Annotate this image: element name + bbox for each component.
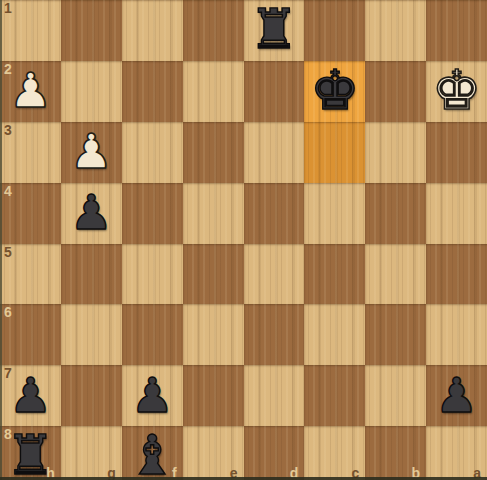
square-a4[interactable] xyxy=(426,183,487,244)
square-f6[interactable] xyxy=(122,304,183,365)
rank-label-5: 5 xyxy=(4,245,12,259)
black-pawn[interactable]: ♟ xyxy=(9,371,52,419)
square-g3[interactable]: ♟ xyxy=(61,122,122,183)
square-c8[interactable]: c xyxy=(304,426,365,480)
square-e3[interactable] xyxy=(183,122,244,183)
square-h6[interactable]: 6 xyxy=(0,304,61,365)
square-b2[interactable] xyxy=(365,61,426,122)
square-g1[interactable] xyxy=(61,0,122,61)
white-pawn[interactable]: ♟ xyxy=(9,66,52,114)
square-c7[interactable] xyxy=(304,365,365,426)
square-d7[interactable] xyxy=(244,365,305,426)
square-f8[interactable]: f♝ xyxy=(122,426,183,480)
white-king[interactable]: ♚ xyxy=(432,63,481,118)
square-b1[interactable] xyxy=(365,0,426,61)
square-c5[interactable] xyxy=(304,244,365,305)
square-g2[interactable] xyxy=(61,61,122,122)
square-b7[interactable] xyxy=(365,365,426,426)
rank-label-7: 7 xyxy=(4,366,12,380)
square-g4[interactable]: ♟ xyxy=(61,183,122,244)
square-d1[interactable]: ♜ xyxy=(244,0,305,61)
square-a5[interactable] xyxy=(426,244,487,305)
square-h5[interactable]: 5 xyxy=(0,244,61,305)
square-b8[interactable]: b xyxy=(365,426,426,480)
black-pawn[interactable]: ♟ xyxy=(435,371,478,419)
square-c3[interactable] xyxy=(304,122,365,183)
rank-label-6: 6 xyxy=(4,305,12,319)
square-a1[interactable] xyxy=(426,0,487,61)
square-h3[interactable]: 3 xyxy=(0,122,61,183)
square-f3[interactable] xyxy=(122,122,183,183)
square-e1[interactable] xyxy=(183,0,244,61)
square-d5[interactable] xyxy=(244,244,305,305)
square-c2[interactable]: ♚ xyxy=(304,61,365,122)
square-d6[interactable] xyxy=(244,304,305,365)
square-d3[interactable] xyxy=(244,122,305,183)
square-a7[interactable]: ♟ xyxy=(426,365,487,426)
square-e5[interactable] xyxy=(183,244,244,305)
square-h8[interactable]: 8h♜ xyxy=(0,426,61,480)
square-e4[interactable] xyxy=(183,183,244,244)
square-e6[interactable] xyxy=(183,304,244,365)
chess-board-wrapper: 1♜2♟♚♚3♟4♟567♟♟♟8h♜gf♝edcba xyxy=(0,0,487,480)
square-b4[interactable] xyxy=(365,183,426,244)
black-pawn[interactable]: ♟ xyxy=(70,188,113,236)
square-c1[interactable] xyxy=(304,0,365,61)
black-king[interactable]: ♚ xyxy=(310,63,359,118)
square-h1[interactable]: 1 xyxy=(0,0,61,61)
square-f2[interactable] xyxy=(122,61,183,122)
square-g7[interactable] xyxy=(61,365,122,426)
square-h2[interactable]: 2♟ xyxy=(0,61,61,122)
white-pawn[interactable]: ♟ xyxy=(70,127,113,175)
square-b5[interactable] xyxy=(365,244,426,305)
square-d4[interactable] xyxy=(244,183,305,244)
rank-label-3: 3 xyxy=(4,123,12,137)
square-c6[interactable] xyxy=(304,304,365,365)
black-rook[interactable]: ♜ xyxy=(249,2,298,57)
square-a3[interactable] xyxy=(426,122,487,183)
square-d2[interactable] xyxy=(244,61,305,122)
square-e2[interactable] xyxy=(183,61,244,122)
square-e8[interactable]: e xyxy=(183,426,244,480)
square-e7[interactable] xyxy=(183,365,244,426)
black-bishop[interactable]: ♝ xyxy=(128,428,177,480)
black-pawn[interactable]: ♟ xyxy=(131,371,174,419)
chess-board: 1♜2♟♚♚3♟4♟567♟♟♟8h♜gf♝edcba xyxy=(0,0,487,480)
rank-label-2: 2 xyxy=(4,62,12,76)
rank-label-8: 8 xyxy=(4,427,12,441)
square-c4[interactable] xyxy=(304,183,365,244)
square-d8[interactable]: d xyxy=(244,426,305,480)
rank-label-4: 4 xyxy=(4,184,12,198)
board-left-edge xyxy=(0,0,2,480)
square-f5[interactable] xyxy=(122,244,183,305)
square-h7[interactable]: 7♟ xyxy=(0,365,61,426)
square-a8[interactable]: a xyxy=(426,426,487,480)
square-g8[interactable]: g xyxy=(61,426,122,480)
square-f7[interactable]: ♟ xyxy=(122,365,183,426)
square-g6[interactable] xyxy=(61,304,122,365)
square-f1[interactable] xyxy=(122,0,183,61)
square-a2[interactable]: ♚ xyxy=(426,61,487,122)
square-g5[interactable] xyxy=(61,244,122,305)
square-h4[interactable]: 4 xyxy=(0,183,61,244)
square-f4[interactable] xyxy=(122,183,183,244)
square-a6[interactable] xyxy=(426,304,487,365)
square-b6[interactable] xyxy=(365,304,426,365)
rank-label-1: 1 xyxy=(4,1,12,15)
square-b3[interactable] xyxy=(365,122,426,183)
